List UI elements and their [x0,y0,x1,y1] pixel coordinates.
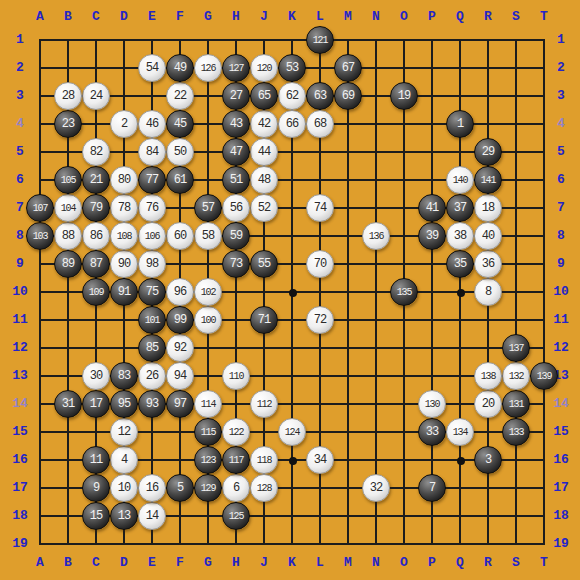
move-number: 6 [233,481,239,495]
move-number: 46 [146,117,158,131]
stone-D9-move-90[interactable]: 90 [110,250,138,278]
stone-J2-move-120[interactable]: 120 [250,54,278,82]
stone-G11-move-100[interactable]: 100 [194,306,222,334]
stone-F14-move-97[interactable]: 97 [166,390,194,418]
move-number: 26 [146,369,158,383]
move-number: 2 [121,117,127,131]
stone-A7-move-107[interactable]: 107 [26,194,54,222]
row-label-right-6: 6 [547,172,575,188]
stone-Q4-move-1[interactable]: 1 [446,110,474,138]
move-number: 96 [174,285,186,299]
row-label-right-10: 10 [547,284,575,300]
row-label-left-10: 10 [6,284,34,300]
col-label-top-R: R [474,9,502,25]
col-label-bottom-M: M [334,555,362,571]
move-number: 127 [229,63,243,74]
stone-G7-move-57[interactable]: 57 [194,194,222,222]
go-board: AABBCCDDEEFFGGHHJJKKLLMMNNOOPPQQRRSSTT11… [0,0,580,580]
move-number: 131 [509,399,523,410]
move-number: 59 [230,229,242,243]
stone-H5-move-47[interactable]: 47 [222,138,250,166]
col-label-top-B: B [54,9,82,25]
row-label-right-16: 16 [547,452,575,468]
stone-D8-move-108[interactable]: 108 [110,222,138,250]
stone-J4-move-42[interactable]: 42 [250,110,278,138]
col-label-top-C: C [82,9,110,25]
move-number: 52 [258,201,270,215]
col-label-bottom-H: H [222,555,250,571]
stone-K2-move-53[interactable]: 53 [278,54,306,82]
stone-H18-move-125[interactable]: 125 [222,502,250,530]
stone-Q8-move-38[interactable]: 38 [446,222,474,250]
move-number: 87 [90,257,102,271]
move-number: 97 [174,397,186,411]
stone-M3-move-69[interactable]: 69 [334,82,362,110]
move-number: 128 [257,483,271,494]
stone-B7-move-104[interactable]: 104 [54,194,82,222]
row-label-left-9: 9 [6,256,34,272]
stone-H3-move-27[interactable]: 27 [222,82,250,110]
row-label-right-2: 2 [547,60,575,76]
col-label-bottom-N: N [362,555,390,571]
col-label-top-Q: Q [446,9,474,25]
stone-D4-move-2[interactable]: 2 [110,110,138,138]
stone-D10-move-91[interactable]: 91 [110,278,138,306]
col-label-top-M: M [334,9,362,25]
col-label-top-L: L [306,9,334,25]
row-label-left-19: 19 [6,536,34,552]
move-number: 37 [454,201,466,215]
move-number: 71 [258,313,270,327]
col-label-top-H: H [222,9,250,25]
stone-K15-move-124[interactable]: 124 [278,418,306,446]
stone-F12-move-92[interactable]: 92 [166,334,194,362]
stone-L3-move-63[interactable]: 63 [306,82,334,110]
move-number: 79 [90,201,102,215]
stone-F2-move-49[interactable]: 49 [166,54,194,82]
move-number: 13 [118,509,130,523]
stone-N8-move-136[interactable]: 136 [362,222,390,250]
move-number: 48 [258,173,270,187]
star-point-Q10 [457,289,465,297]
move-number: 9 [93,481,99,495]
row-label-left-15: 15 [6,424,34,440]
row-label-left-14: 14 [6,396,34,412]
col-label-bottom-T: T [530,555,558,571]
move-number: 85 [146,341,158,355]
stone-C9-move-87[interactable]: 87 [82,250,110,278]
move-number: 90 [118,257,130,271]
move-number: 123 [201,455,215,466]
move-number: 1 [457,117,463,131]
stone-R6-move-141[interactable]: 141 [474,166,502,194]
col-label-bottom-O: O [390,555,418,571]
move-number: 33 [426,425,438,439]
move-number: 80 [118,173,130,187]
stone-S12-move-137[interactable]: 137 [502,334,530,362]
move-number: 56 [230,201,242,215]
stone-G14-move-114[interactable]: 114 [194,390,222,418]
stone-E6-move-77[interactable]: 77 [138,166,166,194]
move-number: 115 [201,427,215,438]
stone-G10-move-102[interactable]: 102 [194,278,222,306]
stone-G15-move-115[interactable]: 115 [194,418,222,446]
stone-H8-move-59[interactable]: 59 [222,222,250,250]
move-number: 122 [229,427,243,438]
row-label-right-3: 3 [547,88,575,104]
stone-E4-move-46[interactable]: 46 [138,110,166,138]
stone-L16-move-34[interactable]: 34 [306,446,334,474]
move-number: 16 [146,481,158,495]
stone-C16-move-11[interactable]: 11 [82,446,110,474]
col-label-top-G: G [194,9,222,25]
move-number: 8 [485,285,491,299]
move-number: 75 [146,285,158,299]
row-label-right-15: 15 [547,424,575,440]
stone-C10-move-109[interactable]: 109 [82,278,110,306]
move-number: 27 [230,89,242,103]
stone-E17-move-16[interactable]: 16 [138,474,166,502]
move-number: 60 [174,229,186,243]
stone-C7-move-79[interactable]: 79 [82,194,110,222]
move-number: 51 [230,173,242,187]
move-number: 88 [62,229,74,243]
move-number: 101 [145,315,159,326]
star-point-Q16 [457,457,465,465]
col-label-bottom-R: R [474,555,502,571]
stone-B6-move-105[interactable]: 105 [54,166,82,194]
stone-C8-move-86[interactable]: 86 [82,222,110,250]
stone-K3-move-62[interactable]: 62 [278,82,306,110]
stone-H6-move-51[interactable]: 51 [222,166,250,194]
move-number: 78 [118,201,130,215]
stone-J3-move-65[interactable]: 65 [250,82,278,110]
stone-K4-move-66[interactable]: 66 [278,110,306,138]
move-number: 108 [117,231,131,242]
move-number: 3 [485,453,491,467]
stone-P15-move-33[interactable]: 33 [418,418,446,446]
move-number: 10 [118,481,130,495]
stone-F11-move-99[interactable]: 99 [166,306,194,334]
move-number: 44 [258,145,270,159]
move-number: 68 [314,117,326,131]
move-number: 100 [201,315,215,326]
move-number: 89 [62,257,74,271]
move-number: 109 [89,287,103,298]
stone-R10-move-8[interactable]: 8 [474,278,502,306]
row-label-right-12: 12 [547,340,575,356]
move-number: 45 [174,117,186,131]
row-label-right-9: 9 [547,256,575,272]
move-number: 12 [118,425,130,439]
move-number: 121 [313,35,327,46]
move-number: 76 [146,201,158,215]
stone-F10-move-96[interactable]: 96 [166,278,194,306]
stone-J11-move-71[interactable]: 71 [250,306,278,334]
stone-O3-move-19[interactable]: 19 [390,82,418,110]
move-number: 30 [90,369,102,383]
move-number: 82 [90,145,102,159]
stone-C18-move-15[interactable]: 15 [82,502,110,530]
star-point-K16 [289,457,297,465]
stone-E11-move-101[interactable]: 101 [138,306,166,334]
row-label-right-8: 8 [547,228,575,244]
move-number: 135 [397,287,411,298]
stone-D17-move-10[interactable]: 10 [110,474,138,502]
stone-D6-move-80[interactable]: 80 [110,166,138,194]
move-number: 107 [33,203,47,214]
stone-H9-move-73[interactable]: 73 [222,250,250,278]
move-number: 11 [90,453,102,467]
stone-E2-move-54[interactable]: 54 [138,54,166,82]
stone-E18-move-14[interactable]: 14 [138,502,166,530]
stone-F8-move-60[interactable]: 60 [166,222,194,250]
move-number: 61 [174,173,186,187]
stone-R5-move-29[interactable]: 29 [474,138,502,166]
stone-G16-move-123[interactable]: 123 [194,446,222,474]
stone-E13-move-26[interactable]: 26 [138,362,166,390]
move-number: 70 [314,257,326,271]
col-label-top-O: O [390,9,418,25]
move-number: 95 [118,397,130,411]
stone-R13-move-138[interactable]: 138 [474,362,502,390]
stone-E9-move-98[interactable]: 98 [138,250,166,278]
stone-E5-move-84[interactable]: 84 [138,138,166,166]
move-number: 136 [369,231,383,242]
col-label-bottom-B: B [54,555,82,571]
col-label-bottom-D: D [110,555,138,571]
move-number: 106 [145,231,159,242]
move-number: 35 [454,257,466,271]
stone-N17-move-32[interactable]: 32 [362,474,390,502]
stone-L11-move-72[interactable]: 72 [306,306,334,334]
stone-E8-move-106[interactable]: 106 [138,222,166,250]
col-label-bottom-C: C [82,555,110,571]
row-label-left-11: 11 [6,312,34,328]
move-number: 5 [177,481,183,495]
move-number: 74 [314,201,326,215]
stone-J14-move-112[interactable]: 112 [250,390,278,418]
stone-P8-move-39[interactable]: 39 [418,222,446,250]
move-number: 130 [425,399,439,410]
stone-D16-move-4[interactable]: 4 [110,446,138,474]
move-number: 58 [202,229,214,243]
row-label-left-6: 6 [6,172,34,188]
move-number: 138 [481,371,495,382]
stone-F3-move-22[interactable]: 22 [166,82,194,110]
stone-C17-move-9[interactable]: 9 [82,474,110,502]
move-number: 91 [118,285,130,299]
stone-E10-move-75[interactable]: 75 [138,278,166,306]
move-number: 41 [426,201,438,215]
move-number: 49 [174,61,186,75]
move-number: 84 [146,145,158,159]
stone-G17-move-129[interactable]: 129 [194,474,222,502]
stone-F4-move-45[interactable]: 45 [166,110,194,138]
stone-B4-move-23[interactable]: 23 [54,110,82,138]
move-number: 22 [174,89,186,103]
stone-L7-move-74[interactable]: 74 [306,194,334,222]
stone-L1-move-121[interactable]: 121 [306,26,334,54]
move-number: 47 [230,145,242,159]
stone-Q15-move-134[interactable]: 134 [446,418,474,446]
move-number: 29 [482,145,494,159]
stone-P14-move-130[interactable]: 130 [418,390,446,418]
col-label-bottom-J: J [250,555,278,571]
move-number: 117 [229,455,243,466]
stone-E7-move-76[interactable]: 76 [138,194,166,222]
col-label-top-E: E [138,9,166,25]
row-label-left-1: 1 [6,32,34,48]
stone-P17-move-7[interactable]: 7 [418,474,446,502]
stone-F17-move-5[interactable]: 5 [166,474,194,502]
stone-R8-move-40[interactable]: 40 [474,222,502,250]
stone-E12-move-85[interactable]: 85 [138,334,166,362]
move-number: 67 [342,61,354,75]
move-number: 14 [146,509,158,523]
move-number: 31 [62,397,74,411]
stone-R9-move-36[interactable]: 36 [474,250,502,278]
stone-H2-move-127[interactable]: 127 [222,54,250,82]
stone-E14-move-93[interactable]: 93 [138,390,166,418]
stone-B8-move-88[interactable]: 88 [54,222,82,250]
row-label-left-4: 4 [6,116,34,132]
stone-J5-move-44[interactable]: 44 [250,138,278,166]
col-label-top-S: S [502,9,530,25]
stone-H4-move-43[interactable]: 43 [222,110,250,138]
stone-A8-move-103[interactable]: 103 [26,222,54,250]
move-number: 65 [258,89,270,103]
move-number: 137 [509,343,523,354]
row-label-right-14: 14 [547,396,575,412]
col-label-top-A: A [26,9,54,25]
move-number: 110 [229,371,243,382]
stone-M2-move-67[interactable]: 67 [334,54,362,82]
move-number: 141 [481,175,495,186]
stone-J9-move-55[interactable]: 55 [250,250,278,278]
col-label-top-K: K [278,9,306,25]
move-number: 23 [62,117,74,131]
move-number: 139 [537,371,551,382]
row-label-right-19: 19 [547,536,575,552]
stone-T13-move-139[interactable]: 139 [530,362,558,390]
stone-H15-move-122[interactable]: 122 [222,418,250,446]
stone-F6-move-61[interactable]: 61 [166,166,194,194]
move-number: 132 [509,371,523,382]
stone-D7-move-78[interactable]: 78 [110,194,138,222]
move-number: 57 [202,201,214,215]
stone-C14-move-17[interactable]: 17 [82,390,110,418]
col-label-bottom-A: A [26,555,54,571]
stone-F5-move-50[interactable]: 50 [166,138,194,166]
move-number: 54 [146,61,158,75]
move-number: 39 [426,229,438,243]
stone-R16-move-3[interactable]: 3 [474,446,502,474]
col-label-bottom-L: L [306,555,334,571]
stone-F13-move-94[interactable]: 94 [166,362,194,390]
stone-G2-move-126[interactable]: 126 [194,54,222,82]
move-number: 69 [342,89,354,103]
row-label-left-5: 5 [6,144,34,160]
col-label-top-J: J [250,9,278,25]
stone-H16-move-117[interactable]: 117 [222,446,250,474]
move-number: 118 [257,455,271,466]
stone-S15-move-133[interactable]: 133 [502,418,530,446]
col-label-top-N: N [362,9,390,25]
stone-S13-move-132[interactable]: 132 [502,362,530,390]
move-number: 53 [286,61,298,75]
col-label-top-P: P [418,9,446,25]
move-number: 126 [201,63,215,74]
stone-J16-move-118[interactable]: 118 [250,446,278,474]
move-number: 114 [201,399,215,410]
stone-R14-move-20[interactable]: 20 [474,390,502,418]
move-number: 36 [482,257,494,271]
stone-C5-move-82[interactable]: 82 [82,138,110,166]
stone-B14-move-31[interactable]: 31 [54,390,82,418]
stone-L4-move-68[interactable]: 68 [306,110,334,138]
stone-C13-move-30[interactable]: 30 [82,362,110,390]
stone-J17-move-128[interactable]: 128 [250,474,278,502]
stone-D14-move-95[interactable]: 95 [110,390,138,418]
move-number: 62 [286,89,298,103]
stone-H7-move-56[interactable]: 56 [222,194,250,222]
move-number: 94 [174,369,186,383]
move-number: 140 [453,175,467,186]
stone-H13-move-110[interactable]: 110 [222,362,250,390]
move-number: 134 [453,427,467,438]
move-number: 105 [61,175,75,186]
stone-L9-move-70[interactable]: 70 [306,250,334,278]
stone-B9-move-89[interactable]: 89 [54,250,82,278]
stone-J6-move-48[interactable]: 48 [250,166,278,194]
col-label-bottom-E: E [138,555,166,571]
stone-Q7-move-37[interactable]: 37 [446,194,474,222]
stone-O10-move-135[interactable]: 135 [390,278,418,306]
row-label-left-3: 3 [6,88,34,104]
row-label-left-17: 17 [6,480,34,496]
stone-H17-move-6[interactable]: 6 [222,474,250,502]
stone-D18-move-13[interactable]: 13 [110,502,138,530]
move-number: 125 [229,511,243,522]
stone-R7-move-18[interactable]: 18 [474,194,502,222]
row-label-right-4: 4 [547,116,575,132]
stone-S14-move-131[interactable]: 131 [502,390,530,418]
stone-J7-move-52[interactable]: 52 [250,194,278,222]
move-number: 4 [121,453,127,467]
move-number: 20 [482,397,494,411]
stone-Q6-move-140[interactable]: 140 [446,166,474,194]
move-number: 104 [61,203,75,214]
stone-G8-move-58[interactable]: 58 [194,222,222,250]
stone-P7-move-41[interactable]: 41 [418,194,446,222]
move-number: 34 [314,453,326,467]
stone-C6-move-21[interactable]: 21 [82,166,110,194]
stone-D15-move-12[interactable]: 12 [110,418,138,446]
stone-C3-move-24[interactable]: 24 [82,82,110,110]
stone-D13-move-83[interactable]: 83 [110,362,138,390]
row-label-left-12: 12 [6,340,34,356]
move-number: 19 [398,89,410,103]
stone-Q9-move-35[interactable]: 35 [446,250,474,278]
move-number: 83 [118,369,130,383]
stone-B3-move-28[interactable]: 28 [54,82,82,110]
move-number: 50 [174,145,186,159]
move-number: 133 [509,427,523,438]
col-label-top-D: D [110,9,138,25]
move-number: 42 [258,117,270,131]
move-number: 102 [201,287,215,298]
